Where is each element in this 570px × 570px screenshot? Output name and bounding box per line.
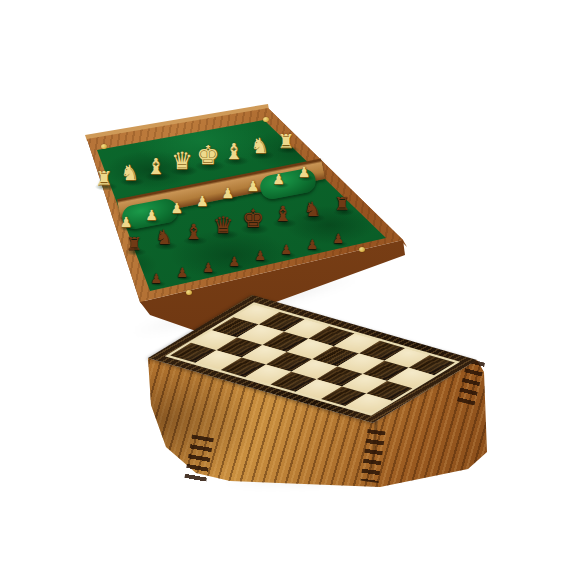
black-pawn: ♟ xyxy=(254,249,266,262)
white-bishop: ♝ xyxy=(146,156,166,178)
black-king: ♚ xyxy=(242,206,264,231)
black-knight: ♞ xyxy=(155,228,173,248)
black-pawn: ♟ xyxy=(202,260,214,273)
black-pawn: ♟ xyxy=(176,266,188,279)
black-rook: ♜ xyxy=(334,195,350,213)
white-pawn: ♟ xyxy=(120,215,133,229)
black-pawn: ♟ xyxy=(150,272,162,285)
chess-set-product-photo: ♜♞♝♛♚♝♞♜♟♟♟♟♟♟♟♟♜♞♝♛♚♝♞♜♟♟♟♟♟♟♟♟ xyxy=(0,0,570,570)
white-bishop: ♝ xyxy=(224,140,244,162)
black-pawn: ♟ xyxy=(306,237,318,250)
white-pawn: ♟ xyxy=(145,208,158,222)
white-knight: ♞ xyxy=(121,162,140,183)
closed-box-sides xyxy=(0,0,570,570)
white-queen: ♛ xyxy=(171,149,193,173)
white-pawn: ♟ xyxy=(221,186,234,200)
white-pawn: ♟ xyxy=(298,165,311,179)
white-pawn: ♟ xyxy=(171,200,184,214)
black-pawn: ♟ xyxy=(280,243,292,256)
white-pawn: ♟ xyxy=(247,179,260,193)
white-pawn: ♟ xyxy=(196,193,209,207)
black-queen: ♛ xyxy=(213,214,234,237)
white-rook: ♜ xyxy=(277,132,294,151)
white-knight: ♞ xyxy=(251,136,270,157)
white-king: ♚ xyxy=(196,142,219,168)
black-rook: ♜ xyxy=(126,235,142,253)
black-knight: ♞ xyxy=(303,199,321,219)
black-bishop: ♝ xyxy=(184,221,203,242)
white-rook: ♜ xyxy=(95,169,112,188)
black-bishop: ♝ xyxy=(273,204,292,225)
white-pawn: ♟ xyxy=(272,172,285,186)
black-pawn: ♟ xyxy=(332,232,344,245)
black-pawn: ♟ xyxy=(228,254,240,267)
closed-box xyxy=(0,0,570,570)
